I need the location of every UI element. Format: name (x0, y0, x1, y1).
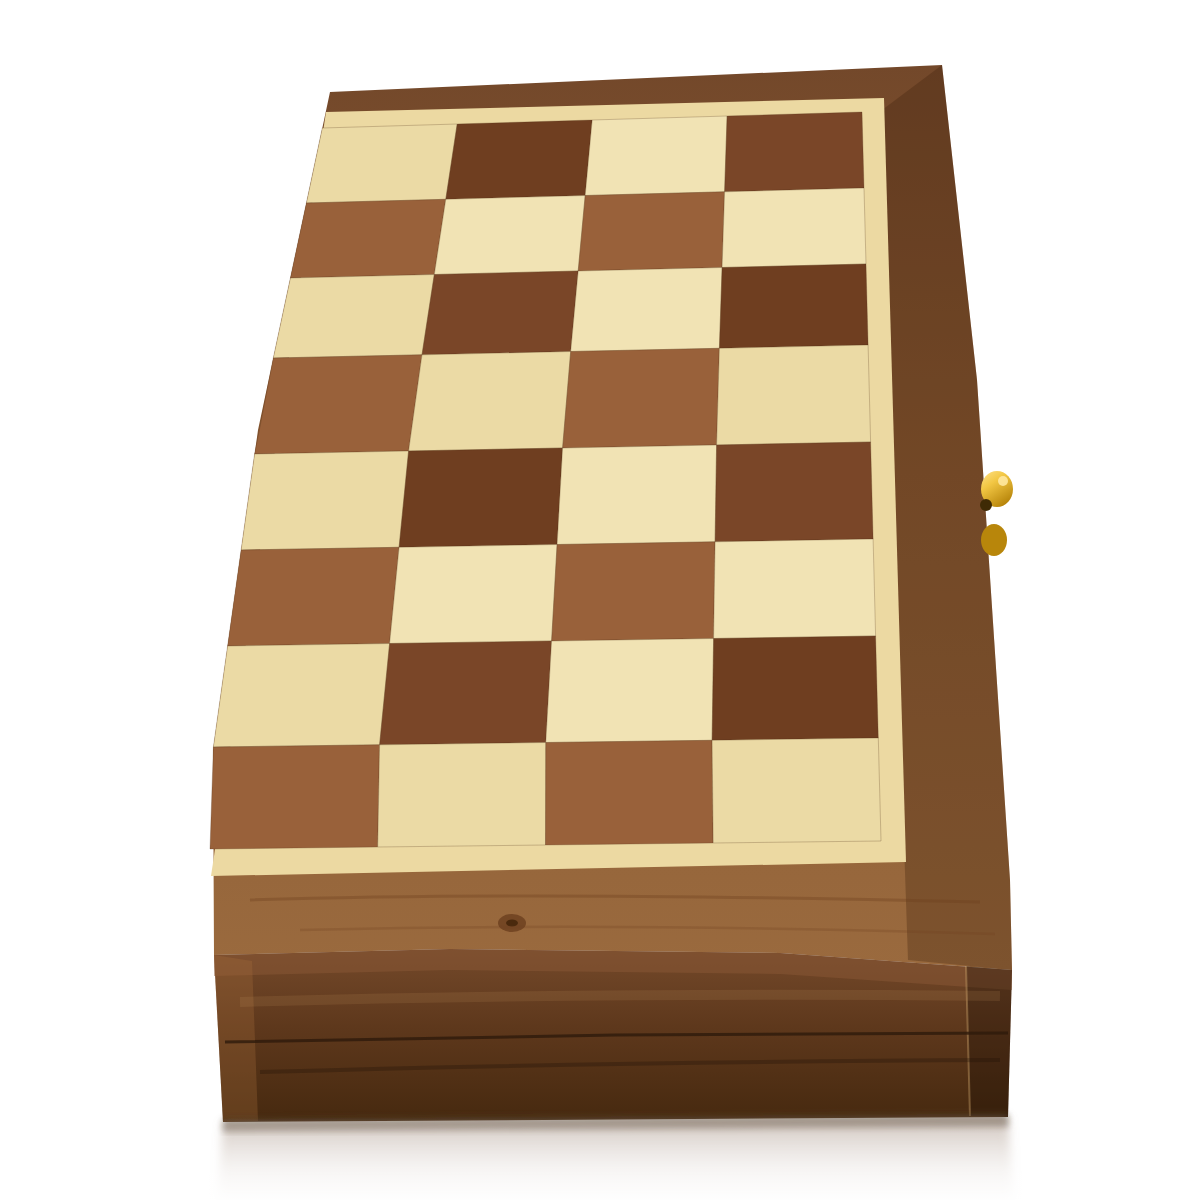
wood-knot-core (506, 920, 518, 927)
checkerboard (210, 112, 881, 849)
board-square-r3c3-light (571, 268, 722, 352)
board-square-r5c3-light (557, 445, 717, 545)
board-square-r5c1-light (241, 451, 409, 550)
board-square-r3c4-dark (719, 264, 868, 348)
board-square-r2c1-dark (290, 199, 445, 278)
chess-box-photo (0, 0, 1200, 1200)
front-right-joint (966, 966, 1012, 1117)
clasp-highlight (998, 476, 1008, 486)
board-square-r6c3-dark (552, 542, 716, 641)
board-square-r7c2-dark (380, 641, 552, 745)
board-square-r4c4-light (717, 345, 871, 445)
board-square-r2c2-light (434, 196, 585, 275)
reflection-fade (0, 1118, 1200, 1200)
clasp-lower-knob (981, 524, 1007, 556)
board-square-r1c2-dark (446, 120, 592, 199)
board-square-r4c2-light (409, 352, 571, 452)
board-square-r7c3-light (546, 639, 714, 743)
front-left-joint (214, 955, 258, 1122)
board-square-r6c1-dark (228, 547, 400, 646)
board-square-r8c3-dark (546, 740, 714, 845)
board-square-r7c4-dark (712, 636, 878, 740)
board-square-r1c1-light (306, 124, 457, 203)
board-square-r5c4-dark (715, 442, 873, 542)
board-square-r5c2-dark (399, 448, 562, 547)
board-square-r1c4-dark (725, 112, 864, 192)
board-square-r7c1-light (213, 644, 389, 748)
product-photo (0, 0, 1200, 1200)
board-square-r2c3-dark (578, 192, 724, 271)
board-square-r8c2-light (378, 743, 546, 848)
board-square-r2c4-light (722, 188, 866, 268)
board-square-r1c3-light (585, 116, 727, 196)
board-square-r4c1-dark (255, 355, 422, 454)
board-square-r8c1-dark (210, 745, 380, 849)
board-square-r8c4-light (712, 738, 881, 843)
board-square-r3c1-light (273, 275, 434, 359)
board-square-r3c2-dark (422, 271, 578, 355)
clasp-shadow-hole (980, 499, 992, 511)
board-square-r6c2-light (390, 545, 557, 644)
board-square-r4c3-dark (563, 348, 720, 448)
board-square-r6c4-light (714, 539, 876, 639)
